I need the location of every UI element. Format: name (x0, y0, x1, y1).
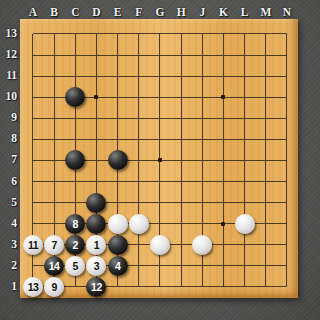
intersection-J8[interactable] (192, 129, 213, 150)
intersection-D10[interactable] (86, 87, 107, 108)
intersection-K13[interactable] (213, 23, 234, 44)
intersection-C2[interactable]: 5 (65, 255, 86, 276)
intersection-D13[interactable] (86, 23, 107, 44)
intersection-C13[interactable] (65, 23, 86, 44)
intersection-J3[interactable] (192, 234, 213, 255)
stone-black-E2: 4 (108, 256, 128, 276)
intersection-D11[interactable] (86, 66, 107, 87)
intersection-M13[interactable] (255, 23, 276, 44)
intersection-B9[interactable] (44, 108, 65, 129)
intersection-K6[interactable] (213, 171, 234, 192)
stone-black-C10 (65, 87, 85, 107)
intersection-N8[interactable] (276, 129, 297, 150)
intersection-C8[interactable] (65, 129, 86, 150)
move-number-2: 2 (73, 239, 78, 251)
row-label-9: 9 (0, 113, 17, 125)
intersection-N9[interactable] (276, 108, 297, 129)
intersection-C7[interactable] (65, 150, 86, 171)
intersection-B2[interactable]: 14 (44, 255, 65, 276)
intersection-B11[interactable] (44, 66, 65, 87)
intersection-E3[interactable] (107, 234, 128, 255)
col-label-K: K (219, 7, 228, 19)
intersection-D5[interactable] (86, 192, 107, 213)
col-label-H: H (177, 7, 186, 19)
intersection-H11[interactable] (170, 66, 191, 87)
intersection-F9[interactable] (128, 108, 149, 129)
col-label-M: M (260, 7, 271, 19)
intersection-L2[interactable] (234, 255, 255, 276)
intersection-F6[interactable] (128, 171, 149, 192)
intersection-E8[interactable] (107, 129, 128, 150)
intersection-H12[interactable] (170, 44, 191, 65)
intersection-A5[interactable] (22, 192, 43, 213)
move-number-4: 4 (115, 260, 120, 272)
intersection-H13[interactable] (170, 23, 191, 44)
col-label-A: A (29, 7, 37, 19)
intersection-C12[interactable] (65, 44, 86, 65)
intersection-E2[interactable]: 4 (107, 255, 128, 276)
stone-white-G3 (150, 235, 170, 255)
intersection-E5[interactable] (107, 192, 128, 213)
intersection-G6[interactable] (149, 171, 170, 192)
intersection-F1[interactable] (128, 276, 149, 297)
row-label-2: 2 (0, 260, 17, 272)
intersection-C4[interactable]: 8 (65, 213, 86, 234)
intersection-G10[interactable] (149, 87, 170, 108)
intersection-A12[interactable] (22, 44, 43, 65)
intersection-F8[interactable] (128, 129, 149, 150)
intersection-C1[interactable] (65, 276, 86, 297)
intersection-N11[interactable] (276, 66, 297, 87)
intersection-K9[interactable] (213, 108, 234, 129)
intersection-C6[interactable] (65, 171, 86, 192)
row-label-13: 13 (0, 28, 17, 40)
intersection-G7[interactable] (149, 150, 170, 171)
move-number-7: 7 (51, 239, 56, 251)
intersection-H4[interactable] (170, 213, 191, 234)
row-label-1: 1 (0, 281, 17, 293)
intersection-E4[interactable] (107, 213, 128, 234)
intersection-J11[interactable] (192, 66, 213, 87)
intersection-L6[interactable] (234, 171, 255, 192)
move-number-3: 3 (94, 260, 99, 272)
intersection-F3[interactable] (128, 234, 149, 255)
intersection-H10[interactable] (170, 87, 191, 108)
move-number-8: 8 (73, 218, 78, 230)
stone-white-E4 (108, 214, 128, 234)
intersection-C5[interactable] (65, 192, 86, 213)
intersection-D3[interactable]: 1 (86, 234, 107, 255)
intersection-M12[interactable] (255, 44, 276, 65)
intersection-L3[interactable] (234, 234, 255, 255)
intersection-N4[interactable] (276, 213, 297, 234)
intersection-N10[interactable] (276, 87, 297, 108)
intersection-H5[interactable] (170, 192, 191, 213)
col-label-B: B (50, 7, 58, 19)
intersection-E7[interactable] (107, 150, 128, 171)
intersection-A7[interactable] (22, 150, 43, 171)
intersection-L10[interactable] (234, 87, 255, 108)
star-point-G7 (158, 158, 162, 162)
move-number-9: 9 (51, 281, 56, 293)
stone-white-L4 (235, 214, 255, 234)
go-board: 8117211453413912 (20, 19, 298, 298)
intersection-D4[interactable] (86, 213, 107, 234)
intersection-F5[interactable] (128, 192, 149, 213)
intersection-B5[interactable] (44, 192, 65, 213)
intersection-M9[interactable] (255, 108, 276, 129)
intersection-E9[interactable] (107, 108, 128, 129)
stone-white-C2: 5 (65, 256, 85, 276)
intersection-G13[interactable] (149, 23, 170, 44)
intersection-L4[interactable] (234, 213, 255, 234)
intersection-G8[interactable] (149, 129, 170, 150)
row-label-6: 6 (0, 176, 17, 188)
stone-white-D2: 3 (86, 256, 106, 276)
row-label-8: 8 (0, 134, 17, 146)
intersection-L9[interactable] (234, 108, 255, 129)
board-grid: 8117211453413912 (22, 23, 297, 297)
intersection-G2[interactable] (149, 255, 170, 276)
stone-black-E7 (108, 150, 128, 170)
intersection-A8[interactable] (22, 129, 43, 150)
stone-black-C7 (65, 150, 85, 170)
intersection-C11[interactable] (65, 66, 86, 87)
intersection-B7[interactable] (44, 150, 65, 171)
intersection-L11[interactable] (234, 66, 255, 87)
intersection-G1[interactable] (149, 276, 170, 297)
intersection-J4[interactable] (192, 213, 213, 234)
intersection-B8[interactable] (44, 129, 65, 150)
intersection-J7[interactable] (192, 150, 213, 171)
intersection-K2[interactable] (213, 255, 234, 276)
intersection-C3[interactable]: 2 (65, 234, 86, 255)
intersection-A9[interactable] (22, 108, 43, 129)
col-label-N: N (283, 7, 291, 19)
row-label-4: 4 (0, 218, 17, 230)
intersection-F10[interactable] (128, 87, 149, 108)
stone-black-C4: 8 (65, 214, 85, 234)
intersection-L13[interactable] (234, 23, 255, 44)
intersection-A13[interactable] (22, 23, 43, 44)
stone-black-B2: 14 (44, 256, 64, 276)
intersection-C9[interactable] (65, 108, 86, 129)
stone-white-B3: 7 (44, 235, 64, 255)
stone-white-J3 (192, 235, 212, 255)
col-label-D: D (92, 7, 100, 19)
col-label-F: F (135, 7, 142, 19)
intersection-E13[interactable] (107, 23, 128, 44)
intersection-F13[interactable] (128, 23, 149, 44)
intersection-M1[interactable] (255, 276, 276, 297)
stone-white-B1: 9 (44, 277, 64, 297)
stone-white-A3: 11 (23, 235, 43, 255)
intersection-B13[interactable] (44, 23, 65, 44)
intersection-G12[interactable] (149, 44, 170, 65)
intersection-K4[interactable] (213, 213, 234, 234)
intersection-J5[interactable] (192, 192, 213, 213)
star-point-K4 (221, 222, 225, 226)
intersection-E6[interactable] (107, 171, 128, 192)
intersection-G4[interactable] (149, 213, 170, 234)
intersection-N12[interactable] (276, 44, 297, 65)
intersection-E11[interactable] (107, 66, 128, 87)
intersection-K3[interactable] (213, 234, 234, 255)
stone-black-D1: 12 (86, 277, 106, 297)
intersection-H1[interactable] (170, 276, 191, 297)
intersection-C10[interactable] (65, 87, 86, 108)
move-number-13: 13 (28, 281, 39, 293)
stone-white-D3: 1 (86, 235, 106, 255)
intersection-H3[interactable] (170, 234, 191, 255)
move-number-12: 12 (91, 281, 102, 293)
intersection-L5[interactable] (234, 192, 255, 213)
intersection-M4[interactable] (255, 213, 276, 234)
stone-black-E3 (108, 235, 128, 255)
intersection-B10[interactable] (44, 87, 65, 108)
intersection-E12[interactable] (107, 44, 128, 65)
intersection-N7[interactable] (276, 150, 297, 171)
row-label-3: 3 (0, 239, 17, 251)
intersection-G5[interactable] (149, 192, 170, 213)
intersection-K11[interactable] (213, 66, 234, 87)
star-point-K10 (221, 95, 225, 99)
row-label-12: 12 (0, 49, 17, 61)
move-number-14: 14 (49, 260, 60, 272)
intersection-A3[interactable]: 11 (22, 234, 43, 255)
intersection-N1[interactable] (276, 276, 297, 297)
intersection-D12[interactable] (86, 44, 107, 65)
intersection-B4[interactable] (44, 213, 65, 234)
star-point-D10 (94, 95, 98, 99)
intersection-G3[interactable] (149, 234, 170, 255)
intersection-B12[interactable] (44, 44, 65, 65)
intersection-H9[interactable] (170, 108, 191, 129)
move-number-5: 5 (73, 260, 78, 272)
intersection-M11[interactable] (255, 66, 276, 87)
intersection-D8[interactable] (86, 129, 107, 150)
intersection-J1[interactable] (192, 276, 213, 297)
intersection-K12[interactable] (213, 44, 234, 65)
intersection-K5[interactable] (213, 192, 234, 213)
intersection-G11[interactable] (149, 66, 170, 87)
intersection-F2[interactable] (128, 255, 149, 276)
intersection-B1[interactable]: 9 (44, 276, 65, 297)
stone-black-C3: 2 (65, 235, 85, 255)
intersection-L12[interactable] (234, 44, 255, 65)
intersection-H7[interactable] (170, 150, 191, 171)
intersection-K10[interactable] (213, 87, 234, 108)
intersection-D7[interactable] (86, 150, 107, 171)
intersection-F4[interactable] (128, 213, 149, 234)
intersection-H8[interactable] (170, 129, 191, 150)
intersection-M6[interactable] (255, 171, 276, 192)
move-number-11: 11 (28, 239, 38, 251)
col-label-G: G (156, 7, 165, 19)
intersection-M3[interactable] (255, 234, 276, 255)
col-label-C: C (71, 7, 79, 19)
move-number-1: 1 (94, 239, 99, 251)
intersection-N2[interactable] (276, 255, 297, 276)
intersection-J6[interactable] (192, 171, 213, 192)
intersection-L1[interactable] (234, 276, 255, 297)
intersection-L7[interactable] (234, 150, 255, 171)
col-label-J: J (199, 7, 205, 19)
intersection-A2[interactable] (22, 255, 43, 276)
intersection-F11[interactable] (128, 66, 149, 87)
intersection-D9[interactable] (86, 108, 107, 129)
intersection-A1[interactable]: 13 (22, 276, 43, 297)
row-label-10: 10 (0, 91, 17, 103)
intersection-H2[interactable] (170, 255, 191, 276)
intersection-M2[interactable] (255, 255, 276, 276)
intersection-J10[interactable] (192, 87, 213, 108)
row-label-7: 7 (0, 155, 17, 167)
intersection-J2[interactable] (192, 255, 213, 276)
intersection-G9[interactable] (149, 108, 170, 129)
intersection-F12[interactable] (128, 44, 149, 65)
intersection-A11[interactable] (22, 66, 43, 87)
intersection-M7[interactable] (255, 150, 276, 171)
col-label-L: L (241, 7, 249, 19)
intersection-E10[interactable] (107, 87, 128, 108)
intersection-D1[interactable]: 12 (86, 276, 107, 297)
intersection-B3[interactable]: 7 (44, 234, 65, 255)
intersection-M5[interactable] (255, 192, 276, 213)
intersection-N5[interactable] (276, 192, 297, 213)
intersection-N6[interactable] (276, 171, 297, 192)
intersection-J13[interactable] (192, 23, 213, 44)
intersection-D2[interactable]: 3 (86, 255, 107, 276)
intersection-M8[interactable] (255, 129, 276, 150)
stone-white-F4 (129, 214, 149, 234)
intersection-A6[interactable] (22, 171, 43, 192)
intersection-J9[interactable] (192, 108, 213, 129)
col-label-E: E (114, 7, 122, 19)
intersection-H6[interactable] (170, 171, 191, 192)
intersection-N13[interactable] (276, 23, 297, 44)
stone-white-A1: 13 (23, 277, 43, 297)
intersection-A4[interactable] (22, 213, 43, 234)
intersection-K1[interactable] (213, 276, 234, 297)
stone-black-D5 (86, 193, 106, 213)
intersection-E1[interactable] (107, 276, 128, 297)
intersection-J12[interactable] (192, 44, 213, 65)
intersection-K7[interactable] (213, 150, 234, 171)
intersection-F7[interactable] (128, 150, 149, 171)
row-label-11: 11 (0, 70, 17, 82)
intersection-M10[interactable] (255, 87, 276, 108)
row-label-5: 5 (0, 197, 17, 209)
intersection-D6[interactable] (86, 171, 107, 192)
intersection-A10[interactable] (22, 87, 43, 108)
intersection-K8[interactable] (213, 129, 234, 150)
intersection-N3[interactable] (276, 234, 297, 255)
stone-black-D4 (86, 214, 106, 234)
intersection-L8[interactable] (234, 129, 255, 150)
go-diagram: ABCDEFGHJKLMN 13121110987654321 81172114… (0, 0, 320, 320)
intersection-B6[interactable] (44, 171, 65, 192)
